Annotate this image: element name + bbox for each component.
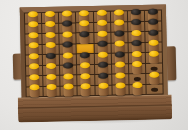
empty-hole — [151, 87, 158, 91]
wooden-game-box — [16, 4, 172, 122]
board-cell[interactable] — [77, 33, 93, 43]
board-cell[interactable] — [146, 74, 162, 84]
board-cell[interactable] — [129, 84, 145, 94]
board-cell[interactable] — [95, 85, 111, 95]
board-surface — [20, 4, 168, 99]
black-peg[interactable] — [80, 31, 90, 44]
yellow-peg[interactable] — [47, 84, 57, 97]
empty-hole — [134, 77, 141, 81]
game-board[interactable] — [24, 10, 164, 98]
yellow-peg[interactable] — [132, 61, 142, 74]
box-clasp-tab-right — [167, 46, 177, 80]
board-cell[interactable] — [78, 86, 94, 96]
yellow-peg[interactable] — [115, 82, 125, 95]
board-cell[interactable] — [129, 63, 145, 73]
board-cell[interactable] — [26, 87, 42, 97]
board-cell[interactable] — [112, 85, 128, 95]
empty-hole — [151, 66, 158, 70]
yellow-peg[interactable] — [149, 71, 159, 84]
box-front-face — [18, 94, 172, 122]
yellow-peg[interactable] — [132, 82, 142, 95]
yellow-peg[interactable] — [149, 50, 159, 63]
yellow-peg[interactable] — [98, 83, 108, 96]
yellow-peg[interactable] — [81, 83, 91, 96]
yellow-peg[interactable] — [64, 83, 74, 96]
board-cell[interactable] — [146, 84, 162, 94]
board-cell[interactable] — [146, 53, 162, 63]
photo-scene — [0, 0, 188, 130]
box-lid-seam — [18, 104, 172, 109]
board-cell[interactable] — [61, 86, 77, 96]
yellow-peg[interactable] — [29, 84, 39, 97]
board-cell[interactable] — [44, 86, 60, 96]
